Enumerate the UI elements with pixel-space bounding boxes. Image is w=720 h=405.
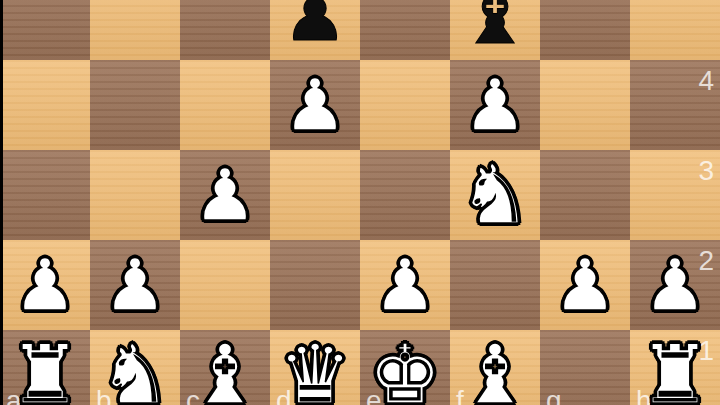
square-b5[interactable] [90, 0, 180, 60]
square-h2[interactable]: ♟2 [630, 240, 720, 330]
file-label-b: b [96, 387, 112, 405]
square-d5[interactable]: ♟ [270, 0, 360, 60]
square-b4[interactable] [90, 60, 180, 150]
square-g3[interactable] [540, 150, 630, 240]
square-b1[interactable]: ♞b [90, 330, 180, 405]
square-b3[interactable] [90, 150, 180, 240]
file-label-a: a [6, 387, 22, 405]
white-pawn[interactable]: ♟ [13, 240, 78, 330]
square-c1[interactable]: ♝c [180, 330, 270, 405]
square-f4[interactable]: ♟ [450, 60, 540, 150]
square-f1[interactable]: ♝f [450, 330, 540, 405]
square-a3[interactable] [0, 150, 90, 240]
square-d3[interactable] [270, 150, 360, 240]
square-d4[interactable]: ♟ [270, 60, 360, 150]
square-a2[interactable]: ♟ [0, 240, 90, 330]
square-a5[interactable] [0, 0, 90, 60]
square-a4[interactable] [0, 60, 90, 150]
white-bishop[interactable]: ♝ [458, 330, 532, 405]
square-h5[interactable] [630, 0, 720, 60]
square-g2[interactable]: ♟ [540, 240, 630, 330]
square-h4[interactable]: 4 [630, 60, 720, 150]
rank-label-3: 3 [698, 157, 714, 185]
black-bishop[interactable]: ♝ [458, 0, 532, 60]
rank-label-4: 4 [698, 67, 714, 95]
square-e4[interactable] [360, 60, 450, 150]
square-h1[interactable]: ♜1h [630, 330, 720, 405]
square-d1[interactable]: ♛d [270, 330, 360, 405]
square-f5[interactable]: ♝ [450, 0, 540, 60]
board: ♟♝♟♟4♟♞3♟♟♟♟♟2♜a♞b♝c♛d♚e♝fg♜1h [0, 0, 720, 405]
square-g5[interactable] [540, 0, 630, 60]
square-c4[interactable] [180, 60, 270, 150]
square-d2[interactable] [270, 240, 360, 330]
white-pawn[interactable]: ♟ [193, 150, 258, 240]
file-label-g: g [546, 387, 562, 405]
square-c5[interactable] [180, 0, 270, 60]
file-label-h: h [636, 387, 652, 405]
square-h3[interactable]: 3 [630, 150, 720, 240]
square-g1[interactable]: g [540, 330, 630, 405]
square-e1[interactable]: ♚e [360, 330, 450, 405]
file-label-d: d [276, 387, 292, 405]
rank-label-1: 1 [698, 337, 714, 365]
white-pawn[interactable]: ♟ [373, 240, 438, 330]
rank-label-2: 2 [698, 247, 714, 275]
square-c2[interactable] [180, 240, 270, 330]
white-pawn[interactable]: ♟ [463, 60, 528, 150]
white-pawn[interactable]: ♟ [553, 240, 618, 330]
square-e5[interactable] [360, 0, 450, 60]
square-b2[interactable]: ♟ [90, 240, 180, 330]
file-label-c: c [186, 387, 200, 405]
board-viewport: ♟♝♟♟4♟♞3♟♟♟♟♟2♜a♞b♝c♛d♚e♝fg♜1h [0, 0, 720, 405]
letterbox-left [0, 0, 3, 405]
file-label-f: f [456, 387, 464, 405]
square-f3[interactable]: ♞ [450, 150, 540, 240]
square-f2[interactable] [450, 240, 540, 330]
white-pawn[interactable]: ♟ [283, 60, 348, 150]
square-g4[interactable] [540, 60, 630, 150]
square-e3[interactable] [360, 150, 450, 240]
square-c3[interactable]: ♟ [180, 150, 270, 240]
square-e2[interactable]: ♟ [360, 240, 450, 330]
white-knight[interactable]: ♞ [458, 150, 532, 240]
file-label-e: e [366, 387, 382, 405]
black-pawn[interactable]: ♟ [283, 0, 348, 60]
square-a1[interactable]: ♜a [0, 330, 90, 405]
white-pawn[interactable]: ♟ [103, 240, 168, 330]
